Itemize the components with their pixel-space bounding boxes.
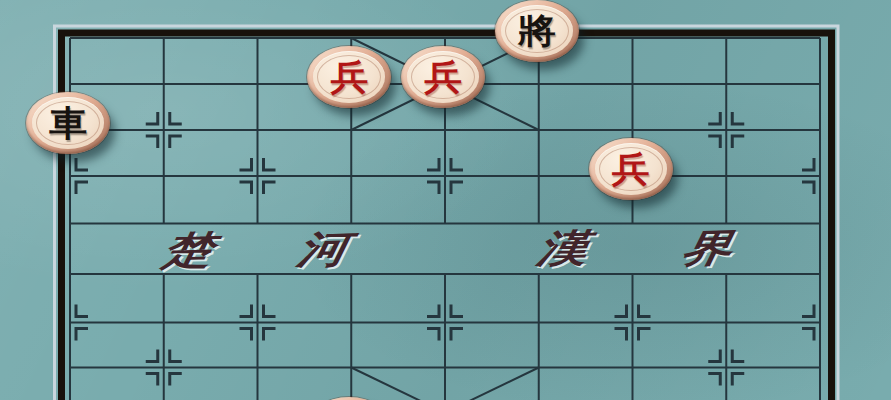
intersection-f3-r3[interactable] bbox=[211, 107, 305, 153]
intersection-f8-r7[interactable] bbox=[679, 300, 773, 345]
river-label-han: 漢 bbox=[535, 228, 592, 267]
piece-red-soldier[interactable]: 兵 bbox=[307, 46, 391, 108]
intersection-f8-r8[interactable] bbox=[679, 345, 773, 390]
intersection-f2-r2[interactable] bbox=[117, 61, 211, 107]
intersection-f6-r2[interactable] bbox=[492, 61, 586, 107]
intersection-f9-r9[interactable] bbox=[773, 390, 867, 400]
intersection-f5-r3[interactable] bbox=[398, 107, 492, 153]
intersection-f1-r3[interactable]: 車 bbox=[23, 107, 117, 153]
intersection-f4-r8[interactable] bbox=[304, 345, 398, 390]
intersection-f2-r4[interactable] bbox=[117, 153, 211, 199]
intersection-f6-r1[interactable]: 將 bbox=[492, 15, 586, 61]
intersection-f2-r7[interactable] bbox=[117, 300, 211, 345]
intersection-f8-r2[interactable] bbox=[679, 61, 773, 107]
intersection-f8-r1[interactable] bbox=[679, 15, 773, 61]
river-label-chu: 楚 bbox=[160, 230, 217, 269]
piece-glyph: 將 bbox=[495, 2, 579, 59]
intersection-f7-r6[interactable] bbox=[586, 248, 680, 300]
intersection-f3-r7[interactable] bbox=[211, 300, 305, 345]
intersection-f2-r1[interactable] bbox=[117, 15, 211, 61]
intersection-f3-r1[interactable] bbox=[211, 15, 305, 61]
intersection-f6-r9[interactable] bbox=[492, 390, 586, 400]
intersection-f9-r7[interactable] bbox=[773, 300, 867, 345]
intersection-f6-r8[interactable] bbox=[492, 345, 586, 390]
intersection-f9-r1[interactable] bbox=[773, 15, 867, 61]
intersection-f1-r6[interactable] bbox=[23, 248, 117, 300]
intersection-f6-r7[interactable] bbox=[492, 300, 586, 345]
intersection-f5-r5[interactable] bbox=[398, 199, 492, 248]
intersection-f3-r8[interactable] bbox=[211, 345, 305, 390]
intersection-f5-r6[interactable] bbox=[398, 248, 492, 300]
intersection-f9-r3[interactable] bbox=[773, 107, 867, 153]
board-grid: 將兵兵車兵 bbox=[23, 15, 867, 400]
intersection-f1-r9[interactable] bbox=[23, 390, 117, 400]
intersection-f4-r3[interactable] bbox=[304, 107, 398, 153]
piece-unknown-piece[interactable] bbox=[307, 397, 391, 400]
intersection-f3-r2[interactable] bbox=[211, 61, 305, 107]
river-label-jie: 界 bbox=[679, 228, 736, 267]
intersection-f1-r7[interactable] bbox=[23, 300, 117, 345]
intersection-f9-r5[interactable] bbox=[773, 199, 867, 248]
intersection-f9-r6[interactable] bbox=[773, 248, 867, 300]
intersection-f6-r3[interactable] bbox=[492, 107, 586, 153]
xiangqi-board: 將兵兵車兵 楚 河 漢 界 bbox=[0, 0, 891, 400]
intersection-f7-r7[interactable] bbox=[586, 300, 680, 345]
intersection-f5-r7[interactable] bbox=[398, 300, 492, 345]
intersection-f8-r9[interactable] bbox=[679, 390, 773, 400]
intersection-f5-r9[interactable] bbox=[398, 390, 492, 400]
intersection-f3-r4[interactable] bbox=[211, 153, 305, 199]
intersection-f4-r4[interactable] bbox=[304, 153, 398, 199]
intersection-f7-r2[interactable] bbox=[586, 61, 680, 107]
piece-glyph: 兵 bbox=[307, 48, 391, 105]
piece-red-soldier[interactable]: 兵 bbox=[401, 46, 485, 108]
intersection-f1-r5[interactable] bbox=[23, 199, 117, 248]
intersection-f5-r8[interactable] bbox=[398, 345, 492, 390]
intersection-f3-r9[interactable] bbox=[211, 390, 305, 400]
piece-glyph: 兵 bbox=[589, 140, 673, 197]
intersection-f2-r8[interactable] bbox=[117, 345, 211, 390]
river-label-he: 河 bbox=[295, 229, 352, 268]
piece-black-general[interactable]: 將 bbox=[495, 0, 579, 62]
intersection-f6-r4[interactable] bbox=[492, 153, 586, 199]
intersection-f7-r8[interactable] bbox=[586, 345, 680, 390]
intersection-f1-r4[interactable] bbox=[23, 153, 117, 199]
intersection-f2-r9[interactable] bbox=[117, 390, 211, 400]
intersection-f5-r2[interactable]: 兵 bbox=[398, 61, 492, 107]
intersection-f4-r9[interactable] bbox=[304, 390, 398, 400]
intersection-f8-r3[interactable] bbox=[679, 107, 773, 153]
piece-black-chariot[interactable]: 車 bbox=[26, 92, 110, 154]
intersection-f9-r4[interactable] bbox=[773, 153, 867, 199]
intersection-f7-r5[interactable] bbox=[586, 199, 680, 248]
intersection-f1-r1[interactable] bbox=[23, 15, 117, 61]
intersection-f3-r5[interactable] bbox=[211, 199, 305, 248]
intersection-f7-r1[interactable] bbox=[586, 15, 680, 61]
intersection-f9-r8[interactable] bbox=[773, 345, 867, 390]
piece-glyph: 兵 bbox=[401, 48, 485, 105]
intersection-f4-r2[interactable]: 兵 bbox=[304, 61, 398, 107]
intersection-f1-r8[interactable] bbox=[23, 345, 117, 390]
intersection-f7-r4[interactable]: 兵 bbox=[586, 153, 680, 199]
intersection-f8-r4[interactable] bbox=[679, 153, 773, 199]
intersection-f5-r4[interactable] bbox=[398, 153, 492, 199]
intersection-f4-r7[interactable] bbox=[304, 300, 398, 345]
intersection-f3-r6[interactable] bbox=[211, 248, 305, 300]
intersection-f9-r2[interactable] bbox=[773, 61, 867, 107]
piece-red-soldier[interactable]: 兵 bbox=[589, 138, 673, 200]
piece-glyph: 車 bbox=[26, 94, 110, 151]
intersection-f2-r3[interactable] bbox=[117, 107, 211, 153]
intersection-f7-r9[interactable] bbox=[586, 390, 680, 400]
